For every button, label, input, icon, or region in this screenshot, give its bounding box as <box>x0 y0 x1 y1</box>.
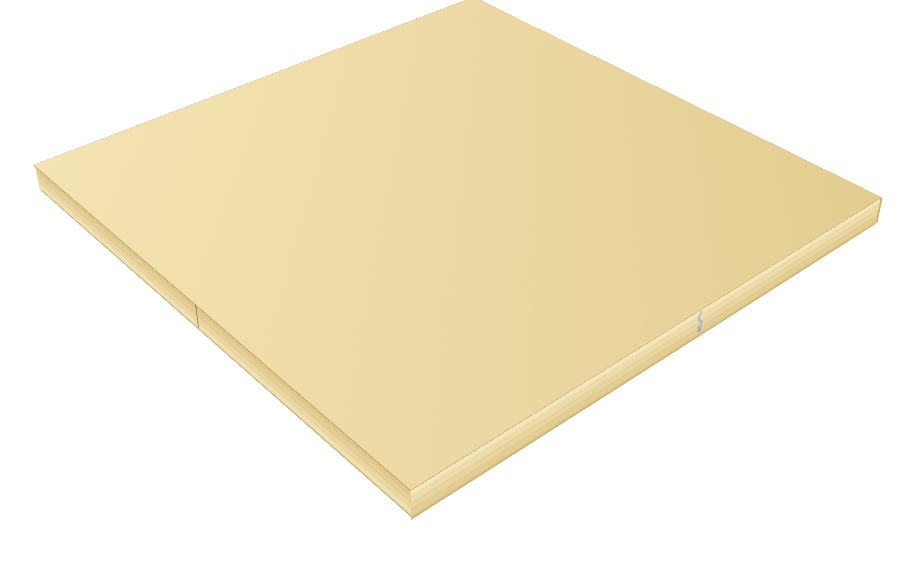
photo-scene <box>0 0 900 567</box>
checkers-board <box>34 0 881 490</box>
board-surface <box>34 0 881 490</box>
